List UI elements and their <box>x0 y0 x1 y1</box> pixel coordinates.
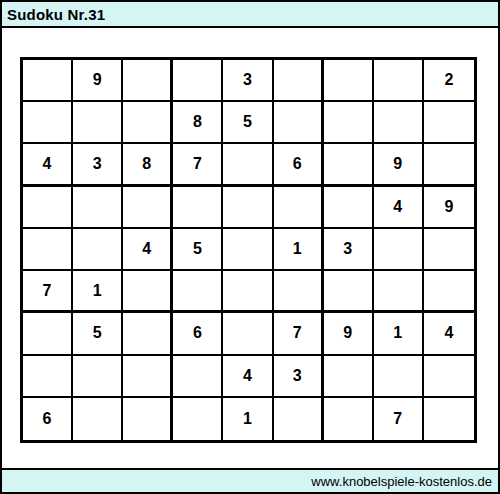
sudoku-cell-r2c1[interactable] <box>23 102 73 144</box>
sudoku-cell-r2c2[interactable] <box>73 102 123 144</box>
sudoku-cell-r4c6[interactable] <box>274 187 324 229</box>
puzzle-area: 932854387694945137156791443617 <box>2 28 498 468</box>
sudoku-cell-r1c2: 9 <box>73 60 123 102</box>
sudoku-cell-r6c3[interactable] <box>123 271 173 313</box>
sudoku-cell-r8c9[interactable] <box>424 356 474 398</box>
sudoku-cell-r6c1: 7 <box>23 271 73 313</box>
sudoku-cell-r7c3[interactable] <box>123 313 173 355</box>
sudoku-cell-r8c8[interactable] <box>374 356 424 398</box>
sudoku-cell-r7c8: 1 <box>374 313 424 355</box>
sudoku-cell-r8c3[interactable] <box>123 356 173 398</box>
sudoku-cell-r4c8: 4 <box>374 187 424 229</box>
sudoku-cell-r1c9: 2 <box>424 60 474 102</box>
sudoku-cell-r3c7[interactable] <box>324 144 374 186</box>
sudoku-cell-r1c6[interactable] <box>274 60 324 102</box>
sudoku-cell-r3c6: 6 <box>274 144 324 186</box>
sudoku-cell-r9c7[interactable] <box>324 398 374 440</box>
sudoku-cell-r8c2[interactable] <box>73 356 123 398</box>
sudoku-cell-r2c8[interactable] <box>374 102 424 144</box>
sudoku-cell-r3c4: 7 <box>173 144 223 186</box>
website-label: www.knobelspiele-kostenlos.de <box>311 474 492 489</box>
sudoku-cell-r9c1: 6 <box>23 398 73 440</box>
sudoku-cell-r1c3[interactable] <box>123 60 173 102</box>
sudoku-cell-r2c5: 5 <box>223 102 273 144</box>
sudoku-cell-r4c5[interactable] <box>223 187 273 229</box>
sudoku-cell-r6c7[interactable] <box>324 271 374 313</box>
sudoku-cell-r7c6: 7 <box>274 313 324 355</box>
sudoku-cell-r2c6[interactable] <box>274 102 324 144</box>
sudoku-cell-r2c4: 8 <box>173 102 223 144</box>
sudoku-cell-r1c7[interactable] <box>324 60 374 102</box>
sudoku-cell-r9c6[interactable] <box>274 398 324 440</box>
sudoku-cell-r4c7[interactable] <box>324 187 374 229</box>
sudoku-cell-r7c5[interactable] <box>223 313 273 355</box>
sudoku-cell-r5c2[interactable] <box>73 229 123 271</box>
sudoku-cell-r3c2: 3 <box>73 144 123 186</box>
sudoku-cell-r6c4[interactable] <box>173 271 223 313</box>
sudoku-cell-r5c8[interactable] <box>374 229 424 271</box>
sudoku-cell-r7c9: 4 <box>424 313 474 355</box>
sudoku-cell-r7c1[interactable] <box>23 313 73 355</box>
sudoku-grid: 932854387694945137156791443617 <box>20 57 477 443</box>
sudoku-cell-r3c5[interactable] <box>223 144 273 186</box>
sudoku-cell-r9c3[interactable] <box>123 398 173 440</box>
footer-bar: www.knobelspiele-kostenlos.de <box>2 468 498 492</box>
sudoku-cell-r4c2[interactable] <box>73 187 123 229</box>
sudoku-cell-r3c8: 9 <box>374 144 424 186</box>
sudoku-cell-r5c5[interactable] <box>223 229 273 271</box>
sudoku-cell-r6c6[interactable] <box>274 271 324 313</box>
sudoku-cell-r3c1: 4 <box>23 144 73 186</box>
page-title: Sudoku Nr.31 <box>7 6 105 23</box>
sudoku-cell-r1c5: 3 <box>223 60 273 102</box>
sudoku-cell-r8c4[interactable] <box>173 356 223 398</box>
sudoku-cell-r5c1[interactable] <box>23 229 73 271</box>
sudoku-cell-r2c9[interactable] <box>424 102 474 144</box>
sudoku-cell-r6c2: 1 <box>73 271 123 313</box>
sudoku-cell-r4c1[interactable] <box>23 187 73 229</box>
sudoku-cell-r8c1[interactable] <box>23 356 73 398</box>
sudoku-cell-r5c6: 1 <box>274 229 324 271</box>
title-bar: Sudoku Nr.31 <box>2 2 498 28</box>
sudoku-cell-r6c8[interactable] <box>374 271 424 313</box>
sudoku-cell-r5c9[interactable] <box>424 229 474 271</box>
sudoku-cell-r9c2[interactable] <box>73 398 123 440</box>
sudoku-cell-r7c2: 5 <box>73 313 123 355</box>
sudoku-cell-r3c9[interactable] <box>424 144 474 186</box>
sudoku-cell-r4c4[interactable] <box>173 187 223 229</box>
sudoku-cell-r2c7[interactable] <box>324 102 374 144</box>
sudoku-cell-r5c3: 4 <box>123 229 173 271</box>
sudoku-cell-r2c3[interactable] <box>123 102 173 144</box>
sudoku-cell-r8c7[interactable] <box>324 356 374 398</box>
sudoku-cell-r1c4[interactable] <box>173 60 223 102</box>
sudoku-cell-r3c3: 8 <box>123 144 173 186</box>
sudoku-cell-r7c7: 9 <box>324 313 374 355</box>
sudoku-cell-r4c3[interactable] <box>123 187 173 229</box>
sudoku-cell-r8c6: 3 <box>274 356 324 398</box>
sudoku-cell-r6c9[interactable] <box>424 271 474 313</box>
sudoku-cell-r1c8[interactable] <box>374 60 424 102</box>
sudoku-cell-r7c4: 6 <box>173 313 223 355</box>
sudoku-cell-r5c7: 3 <box>324 229 374 271</box>
puzzle-page: Sudoku Nr.31 932854387694945137156791443… <box>0 0 500 494</box>
sudoku-cell-r1c1[interactable] <box>23 60 73 102</box>
sudoku-cell-r8c5: 4 <box>223 356 273 398</box>
sudoku-cell-r4c9: 9 <box>424 187 474 229</box>
sudoku-cell-r9c5: 1 <box>223 398 273 440</box>
sudoku-cell-r9c8: 7 <box>374 398 424 440</box>
sudoku-cell-r9c9[interactable] <box>424 398 474 440</box>
sudoku-cell-r6c5[interactable] <box>223 271 273 313</box>
sudoku-cell-r9c4[interactable] <box>173 398 223 440</box>
sudoku-cell-r5c4: 5 <box>173 229 223 271</box>
